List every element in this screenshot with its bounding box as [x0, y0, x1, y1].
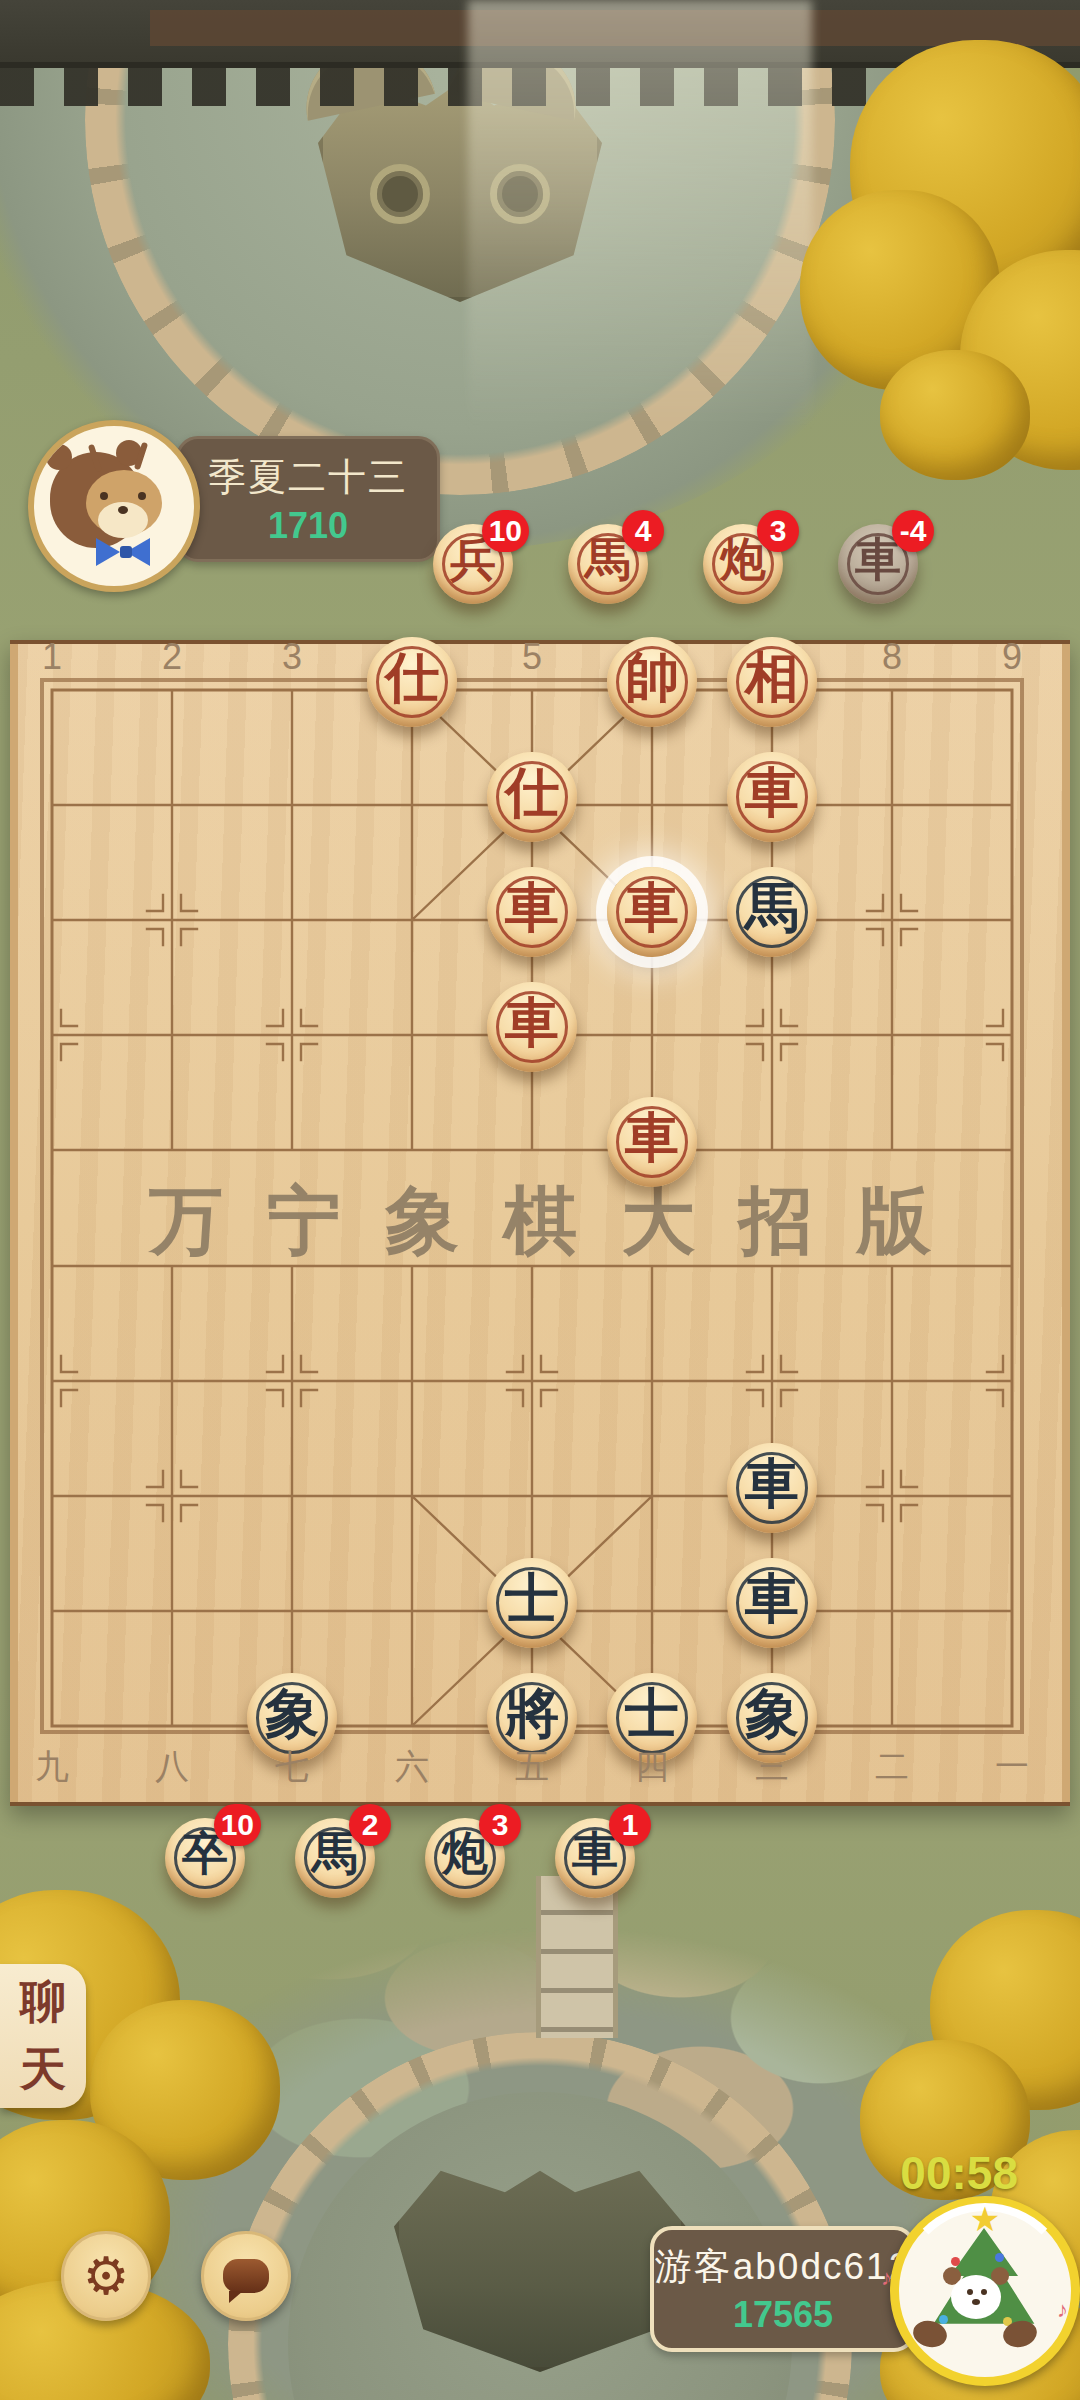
light-beam — [468, 0, 812, 430]
captured-tray-top: 兵 10 馬 4 炮 3 車 -4 — [433, 524, 918, 604]
captured-piece-兵[interactable]: 兵 10 — [433, 524, 513, 604]
chat-bubble-icon — [223, 2259, 269, 2293]
piece-glyph: 士 — [487, 1558, 577, 1648]
deer-nose — [118, 506, 128, 514]
red-piece-車[interactable]: 車 — [487, 867, 577, 957]
top-player-name: 季夏二十三 — [208, 452, 408, 503]
music-note-icon: ♪ — [1057, 2297, 1068, 2323]
bottom-player-avatar[interactable]: ★ ♪ ♪ — [890, 2196, 1080, 2386]
tree-light — [951, 2257, 960, 2266]
board-coordinate-label: 3 — [262, 636, 322, 678]
deer-eye — [100, 492, 108, 500]
stone-path — [536, 1876, 618, 2038]
dragon-eye-icon — [370, 164, 430, 224]
bottom-player-name: 游客ab0dc612 — [655, 2242, 912, 2292]
red-piece-仕[interactable]: 仕 — [367, 637, 457, 727]
tree-foliage — [880, 350, 1030, 480]
red-piece-相[interactable]: 相 — [727, 637, 817, 727]
bottom-player-rating: 17565 — [733, 2294, 833, 2336]
piece-glyph: 相 — [727, 637, 817, 727]
piece-glyph: 車 — [727, 752, 817, 842]
red-piece-仕[interactable]: 仕 — [487, 752, 577, 842]
count-badge: 3 — [757, 510, 799, 552]
captured-piece-馬[interactable]: 馬 2 — [295, 1818, 375, 1898]
piece-glyph: 車 — [727, 1558, 817, 1648]
board-coordinate-label: 二 — [862, 1744, 922, 1790]
black-piece-車[interactable]: 車 — [727, 1558, 817, 1648]
black-piece-士[interactable]: 士 — [487, 1558, 577, 1648]
piece-glyph: 車 — [487, 982, 577, 1072]
captured-piece-車[interactable]: 車 -4 — [838, 524, 918, 604]
piece-glyph: 車 — [727, 1443, 817, 1533]
deer-eye — [138, 492, 146, 500]
captured-piece-炮[interactable]: 炮 3 — [703, 524, 783, 604]
black-piece-車[interactable]: 車 — [727, 1443, 817, 1533]
bear-eye — [981, 2289, 987, 2295]
bow-tie — [96, 538, 120, 566]
count-badge: 4 — [622, 510, 664, 552]
board-coordinate-label: 五 — [502, 1744, 562, 1790]
top-player-avatar[interactable] — [28, 420, 200, 592]
count-badge: -4 — [892, 510, 934, 552]
count-badge: 1 — [609, 1804, 651, 1846]
board-coordinate-label: 三 — [742, 1744, 802, 1790]
board-coordinate-label: 5 — [502, 636, 562, 678]
chat-tab-label: 聊 — [20, 1971, 66, 2033]
piece-glyph: 帥 — [607, 637, 697, 727]
board-coordinate-label: 七 — [262, 1744, 322, 1790]
move-timer: 00:58 — [900, 2146, 1018, 2200]
captured-piece-卒[interactable]: 卒 10 — [165, 1818, 245, 1898]
bear-eye — [967, 2289, 973, 2295]
bow-knot — [120, 546, 132, 558]
tree-light — [939, 2315, 948, 2324]
black-piece-馬[interactable]: 馬 — [727, 867, 817, 957]
settings-button[interactable]: ⚙ — [61, 2231, 151, 2321]
chat-tab[interactable]: 聊天 — [0, 1964, 86, 2108]
app-watermark: 万宁象棋大招版 — [0, 1172, 1080, 1272]
count-badge: 3 — [479, 1804, 521, 1846]
count-badge: 10 — [214, 1804, 261, 1846]
piece-glyph: 仕 — [367, 637, 457, 727]
chat-button[interactable] — [201, 2231, 291, 2321]
red-piece-車[interactable]: 車 — [607, 867, 697, 957]
board-coordinate-label: 8 — [862, 636, 922, 678]
board-coordinate-label: 一 — [982, 1744, 1042, 1790]
board-coordinate-label: 四 — [622, 1744, 682, 1790]
red-piece-車[interactable]: 車 — [487, 982, 577, 1072]
board-coordinate-label: 九 — [22, 1744, 82, 1790]
piece-glyph: 車 — [607, 867, 697, 957]
tree-light — [995, 2253, 1004, 2262]
captured-piece-車[interactable]: 車 1 — [555, 1818, 635, 1898]
board-coordinate-label: 2 — [142, 636, 202, 678]
captured-piece-炮[interactable]: 炮 3 — [425, 1818, 505, 1898]
game-screen: 季夏二十三 1710 兵 10 馬 4 炮 3 車 — [0, 0, 1080, 2400]
top-player-card: 季夏二十三 1710 — [176, 436, 440, 562]
chat-tab-label: 天 — [20, 2039, 66, 2101]
count-badge: 2 — [349, 1804, 391, 1846]
piece-glyph: 車 — [607, 1097, 697, 1187]
board-coordinate-label: 1 — [22, 636, 82, 678]
board-coordinate-label: 9 — [982, 636, 1042, 678]
captured-tray-bottom: 卒 10 馬 2 炮 3 車 1 — [165, 1818, 635, 1898]
music-note-icon: ♪ — [881, 2265, 892, 2291]
piece-glyph: 仕 — [487, 752, 577, 842]
count-badge: 10 — [482, 510, 529, 552]
bear-face — [951, 2275, 1001, 2319]
piece-glyph: 車 — [487, 867, 577, 957]
board-coordinate-label: 六 — [382, 1744, 442, 1790]
bottom-player-card: 游客ab0dc612 17565 — [650, 2226, 916, 2352]
red-piece-帥[interactable]: 帥 — [607, 637, 697, 727]
red-piece-車[interactable]: 車 — [727, 752, 817, 842]
bear-ear — [46, 444, 72, 470]
gear-icon: ⚙ — [83, 2250, 130, 2302]
red-piece-車[interactable]: 車 — [607, 1097, 697, 1187]
top-player-rating: 1710 — [268, 505, 348, 547]
star-icon: ★ — [899, 2199, 1071, 2239]
captured-piece-馬[interactable]: 馬 4 — [568, 524, 648, 604]
board-coordinate-label: 八 — [142, 1744, 202, 1790]
bear-nose — [972, 2299, 980, 2305]
piece-glyph: 馬 — [727, 867, 817, 957]
